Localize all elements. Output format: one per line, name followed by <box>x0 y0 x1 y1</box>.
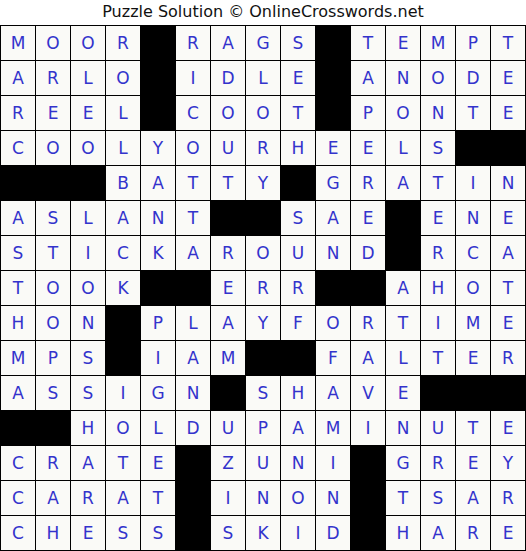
letter-cell-r1c9: S <box>281 26 315 60</box>
letter-cell-r4c2: O <box>36 131 70 165</box>
letter-cell-r7c13: R <box>421 236 455 270</box>
letter-cell-r8c2: O <box>36 271 70 305</box>
letter-cell-r7c1: S <box>1 236 35 270</box>
block-cell-r5c3 <box>71 166 105 200</box>
letter-cell-r8c9: R <box>281 271 315 305</box>
letter-cell-r8c3: O <box>71 271 105 305</box>
letter-cell-r3c2: E <box>36 96 70 130</box>
block-cell-r4c15 <box>491 131 525 165</box>
block-cell-r9c4 <box>106 306 140 340</box>
letter-cell-r1c1: M <box>1 26 35 60</box>
block-cell-r14c6 <box>176 481 210 515</box>
letter-cell-r9c3: N <box>71 306 105 340</box>
letter-cell-r14c12: T <box>386 481 420 515</box>
letter-cell-r2c1: A <box>1 61 35 95</box>
letter-cell-r4c11: E <box>351 131 385 165</box>
letter-cell-r9c8: Y <box>246 306 280 340</box>
block-cell-r11c15 <box>491 376 525 410</box>
letter-cell-r10c6: A <box>176 341 210 375</box>
letter-cell-r4c13: S <box>421 131 455 165</box>
letter-cell-r11c3: S <box>71 376 105 410</box>
letter-cell-r7c8: O <box>246 236 280 270</box>
letter-cell-r15c5: S <box>141 516 175 550</box>
letter-cell-r6c11: E <box>351 201 385 235</box>
block-cell-r8c11 <box>351 271 385 305</box>
letter-cell-r1c11: T <box>351 26 385 60</box>
letter-cell-r3c4: L <box>106 96 140 130</box>
block-cell-r6c12 <box>386 201 420 235</box>
letter-cell-r7c2: T <box>36 236 70 270</box>
letter-cell-r3c1: R <box>1 96 35 130</box>
letter-cell-r15c3: E <box>71 516 105 550</box>
letter-cell-r4c10: E <box>316 131 350 165</box>
letter-cell-r5c5: A <box>141 166 175 200</box>
letter-cell-r11c6: N <box>176 376 210 410</box>
letter-cell-r1c2: O <box>36 26 70 60</box>
letter-cell-r13c13: R <box>421 446 455 480</box>
letter-cell-r9c12: T <box>386 306 420 340</box>
letter-cell-r6c5: N <box>141 201 175 235</box>
letter-cell-r1c6: R <box>176 26 210 60</box>
letter-cell-r15c8: K <box>246 516 280 550</box>
letter-cell-r2c8: L <box>246 61 280 95</box>
letter-cell-r10c12: L <box>386 341 420 375</box>
letter-cell-r8c13: H <box>421 271 455 305</box>
block-cell-r5c2 <box>36 166 70 200</box>
letter-cell-r12c12: N <box>386 411 420 445</box>
letter-cell-r2c11: A <box>351 61 385 95</box>
block-cell-r6c8 <box>246 201 280 235</box>
letter-cell-r13c12: G <box>386 446 420 480</box>
letter-cell-r2c14: D <box>456 61 490 95</box>
letter-cell-r9c2: O <box>36 306 70 340</box>
letter-cell-r3c12: O <box>386 96 420 130</box>
letter-cell-r12c7: U <box>211 411 245 445</box>
letter-cell-r12c4: O <box>106 411 140 445</box>
letter-cell-r12c10: M <box>316 411 350 445</box>
letter-cell-r5c14: I <box>456 166 490 200</box>
letter-cell-r13c4: T <box>106 446 140 480</box>
block-cell-r1c5 <box>141 26 175 60</box>
block-cell-r6c7 <box>211 201 245 235</box>
letter-cell-r1c8: G <box>246 26 280 60</box>
letter-cell-r12c5: L <box>141 411 175 445</box>
letter-cell-r4c9: H <box>281 131 315 165</box>
letter-cell-r5c10: G <box>316 166 350 200</box>
block-cell-r7c12 <box>386 236 420 270</box>
letter-cell-r11c1: A <box>1 376 35 410</box>
block-cell-r3c5 <box>141 96 175 130</box>
letter-cell-r3c13: N <box>421 96 455 130</box>
letter-cell-r2c7: D <box>211 61 245 95</box>
letter-cell-r10c11: A <box>351 341 385 375</box>
letter-cell-r1c15: T <box>491 26 525 60</box>
letter-cell-r15c2: H <box>36 516 70 550</box>
letter-cell-r4c7: U <box>211 131 245 165</box>
letter-cell-r15c15: E <box>491 516 525 550</box>
letter-cell-r8c12: A <box>386 271 420 305</box>
letter-cell-r7c11: D <box>351 236 385 270</box>
crossword-grid: MOORRAGSTEMPTARLOIDLEANODEREELCOOTPONTEC… <box>0 25 526 551</box>
letter-cell-r15c14: R <box>456 516 490 550</box>
block-cell-r15c11 <box>351 516 385 550</box>
letter-cell-r2c15: E <box>491 61 525 95</box>
letter-cell-r10c1: M <box>1 341 35 375</box>
letter-cell-r4c1: C <box>1 131 35 165</box>
letter-cell-r6c3: L <box>71 201 105 235</box>
letter-cell-r15c7: S <box>211 516 245 550</box>
letter-cell-r14c13: S <box>421 481 455 515</box>
letter-cell-r14c10: N <box>316 481 350 515</box>
letter-cell-r3c3: E <box>71 96 105 130</box>
letter-cell-r6c1: A <box>1 201 35 235</box>
block-cell-r10c4 <box>106 341 140 375</box>
letter-cell-r11c8: S <box>246 376 280 410</box>
letter-cell-r12c3: H <box>71 411 105 445</box>
letter-cell-r8c4: K <box>106 271 140 305</box>
block-cell-r10c9 <box>281 341 315 375</box>
letter-cell-r9c6: L <box>176 306 210 340</box>
letter-cell-r10c5: I <box>141 341 175 375</box>
letter-cell-r13c5: E <box>141 446 175 480</box>
letter-cell-r15c4: S <box>106 516 140 550</box>
letter-cell-r14c1: C <box>1 481 35 515</box>
letter-cell-r13c10: I <box>316 446 350 480</box>
letter-cell-r7c15: A <box>491 236 525 270</box>
letter-cell-r12c9: A <box>281 411 315 445</box>
letter-cell-r13c3: A <box>71 446 105 480</box>
block-cell-r3c10 <box>316 96 350 130</box>
letter-cell-r11c11: V <box>351 376 385 410</box>
letter-cell-r8c8: R <box>246 271 280 305</box>
block-cell-r11c7 <box>211 376 245 410</box>
letter-cell-r9c5: P <box>141 306 175 340</box>
letter-cell-r12c8: P <box>246 411 280 445</box>
letter-cell-r7c6: A <box>176 236 210 270</box>
letter-cell-r1c4: R <box>106 26 140 60</box>
block-cell-r2c5 <box>141 61 175 95</box>
letter-cell-r13c9: N <box>281 446 315 480</box>
letter-cell-r2c13: O <box>421 61 455 95</box>
letter-cell-r11c10: A <box>316 376 350 410</box>
letter-cell-r3c11: P <box>351 96 385 130</box>
letter-cell-r9c11: R <box>351 306 385 340</box>
letter-cell-r11c12: E <box>386 376 420 410</box>
letter-cell-r6c15: E <box>491 201 525 235</box>
block-cell-r5c1 <box>1 166 35 200</box>
letter-cell-r5c7: T <box>211 166 245 200</box>
letter-cell-r9c1: H <box>1 306 35 340</box>
letter-cell-r12c15: E <box>491 411 525 445</box>
letter-cell-r7c7: R <box>211 236 245 270</box>
letter-cell-r14c5: T <box>141 481 175 515</box>
block-cell-r5c9 <box>281 166 315 200</box>
letter-cell-r14c8: N <box>246 481 280 515</box>
letter-cell-r13c8: U <box>246 446 280 480</box>
letter-cell-r15c13: A <box>421 516 455 550</box>
block-cell-r8c5 <box>141 271 175 305</box>
letter-cell-r8c15: T <box>491 271 525 305</box>
block-cell-r13c6 <box>176 446 210 480</box>
letter-cell-r5c6: T <box>176 166 210 200</box>
letter-cell-r4c4: L <box>106 131 140 165</box>
letter-cell-r10c2: P <box>36 341 70 375</box>
letter-cell-r7c5: K <box>141 236 175 270</box>
block-cell-r12c2 <box>36 411 70 445</box>
letter-cell-r12c13: U <box>421 411 455 445</box>
block-cell-r12c1 <box>1 411 35 445</box>
letter-cell-r5c4: B <box>106 166 140 200</box>
block-cell-r2c10 <box>316 61 350 95</box>
letter-cell-r10c13: T <box>421 341 455 375</box>
letter-cell-r9c9: F <box>281 306 315 340</box>
letter-cell-r9c7: A <box>211 306 245 340</box>
letter-cell-r12c6: D <box>176 411 210 445</box>
letter-cell-r2c6: I <box>176 61 210 95</box>
letter-cell-r13c15: Y <box>491 446 525 480</box>
letter-cell-r3c14: T <box>456 96 490 130</box>
letter-cell-r14c9: O <box>281 481 315 515</box>
letter-cell-r8c1: T <box>1 271 35 305</box>
letter-cell-r15c10: D <box>316 516 350 550</box>
letter-cell-r3c9: T <box>281 96 315 130</box>
letter-cell-r1c7: A <box>211 26 245 60</box>
letter-cell-r11c5: G <box>141 376 175 410</box>
puzzle-solution-page: Puzzle Solution © OnlineCrosswords.net M… <box>0 0 526 551</box>
letter-cell-r5c11: R <box>351 166 385 200</box>
letter-cell-r7c3: I <box>71 236 105 270</box>
letter-cell-r5c13: T <box>421 166 455 200</box>
letter-cell-r2c3: L <box>71 61 105 95</box>
letter-cell-r1c13: M <box>421 26 455 60</box>
block-cell-r4c14 <box>456 131 490 165</box>
letter-cell-r10c15: R <box>491 341 525 375</box>
letter-cell-r6c6: T <box>176 201 210 235</box>
letter-cell-r5c15: N <box>491 166 525 200</box>
letter-cell-r3c7: O <box>211 96 245 130</box>
letter-cell-r2c9: E <box>281 61 315 95</box>
letter-cell-r15c1: C <box>1 516 35 550</box>
letter-cell-r13c14: E <box>456 446 490 480</box>
letter-cell-r11c4: I <box>106 376 140 410</box>
letter-cell-r1c12: E <box>386 26 420 60</box>
letter-cell-r15c9: I <box>281 516 315 550</box>
letter-cell-r4c8: R <box>246 131 280 165</box>
letter-cell-r6c4: A <box>106 201 140 235</box>
letter-cell-r7c4: C <box>106 236 140 270</box>
letter-cell-r11c9: H <box>281 376 315 410</box>
letter-cell-r9c15: E <box>491 306 525 340</box>
letter-cell-r14c2: A <box>36 481 70 515</box>
letter-cell-r13c2: R <box>36 446 70 480</box>
letter-cell-r2c4: O <box>106 61 140 95</box>
letter-cell-r2c12: N <box>386 61 420 95</box>
block-cell-r10c8 <box>246 341 280 375</box>
letter-cell-r4c5: Y <box>141 131 175 165</box>
block-cell-r8c6 <box>176 271 210 305</box>
letter-cell-r4c3: O <box>71 131 105 165</box>
letter-cell-r2c2: R <box>36 61 70 95</box>
letter-cell-r14c4: A <box>106 481 140 515</box>
letter-cell-r10c10: F <box>316 341 350 375</box>
letter-cell-r5c8: Y <box>246 166 280 200</box>
block-cell-r1c10 <box>316 26 350 60</box>
letter-cell-r12c11: I <box>351 411 385 445</box>
letter-cell-r3c6: C <box>176 96 210 130</box>
letter-cell-r15c12: H <box>386 516 420 550</box>
letter-cell-r9c10: O <box>316 306 350 340</box>
letter-cell-r4c12: L <box>386 131 420 165</box>
letter-cell-r10c3: S <box>71 341 105 375</box>
letter-cell-r6c10: A <box>316 201 350 235</box>
letter-cell-r12c14: T <box>456 411 490 445</box>
letter-cell-r8c14: O <box>456 271 490 305</box>
letter-cell-r9c14: M <box>456 306 490 340</box>
block-cell-r15c6 <box>176 516 210 550</box>
letter-cell-r5c12: A <box>386 166 420 200</box>
letter-cell-r14c3: R <box>71 481 105 515</box>
letter-cell-r14c15: R <box>491 481 525 515</box>
letter-cell-r7c9: U <box>281 236 315 270</box>
letter-cell-r1c3: O <box>71 26 105 60</box>
letter-cell-r6c14: N <box>456 201 490 235</box>
letter-cell-r7c10: N <box>316 236 350 270</box>
letter-cell-r13c7: Z <box>211 446 245 480</box>
letter-cell-r3c8: O <box>246 96 280 130</box>
block-cell-r11c14 <box>456 376 490 410</box>
letter-cell-r14c7: I <box>211 481 245 515</box>
block-cell-r8c10 <box>316 271 350 305</box>
letter-cell-r14c14: A <box>456 481 490 515</box>
letter-cell-r10c7: M <box>211 341 245 375</box>
letter-cell-r6c2: S <box>36 201 70 235</box>
block-cell-r14c11 <box>351 481 385 515</box>
letter-cell-r7c14: C <box>456 236 490 270</box>
letter-cell-r3c15: E <box>491 96 525 130</box>
letter-cell-r10c14: E <box>456 341 490 375</box>
letter-cell-r6c9: S <box>281 201 315 235</box>
letter-cell-r11c2: S <box>36 376 70 410</box>
letter-cell-r6c13: E <box>421 201 455 235</box>
letter-cell-r4c6: O <box>176 131 210 165</box>
letter-cell-r13c1: C <box>1 446 35 480</box>
letter-cell-r9c13: I <box>421 306 455 340</box>
letter-cell-r8c7: E <box>211 271 245 305</box>
block-cell-r13c11 <box>351 446 385 480</box>
block-cell-r11c13 <box>421 376 455 410</box>
page-title: Puzzle Solution © OnlineCrosswords.net <box>0 0 526 25</box>
letter-cell-r1c14: P <box>456 26 490 60</box>
